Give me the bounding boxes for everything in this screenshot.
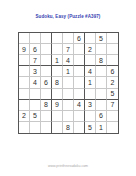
cell-r3c7[interactable]: [85, 55, 96, 66]
cell-r9c7[interactable]: 5: [85, 122, 96, 133]
cell-r9c9[interactable]: [107, 122, 118, 133]
cell-r5c5[interactable]: [63, 77, 74, 88]
cell-r4c1[interactable]: [19, 66, 30, 77]
cell-r3c2[interactable]: 7: [30, 55, 41, 66]
cell-r6c2[interactable]: [30, 89, 41, 100]
cell-r2c6[interactable]: [74, 44, 85, 55]
cell-r6c8[interactable]: [96, 89, 107, 100]
cell-r3c9[interactable]: [107, 55, 118, 66]
cell-r2c8[interactable]: [96, 44, 107, 55]
cell-r9c2[interactable]: [30, 122, 41, 133]
cell-r3c1[interactable]: [19, 55, 30, 66]
sudoku-grid: 6596727148314646812589437256851: [18, 32, 119, 134]
cell-r7c2[interactable]: [30, 100, 41, 111]
cell-r6c5[interactable]: [63, 89, 74, 100]
cell-r6c7[interactable]: [85, 89, 96, 100]
cell-r1c4[interactable]: [52, 33, 63, 44]
cell-r1c5[interactable]: [63, 33, 74, 44]
cell-r9c1[interactable]: [19, 122, 30, 133]
cell-r3c4[interactable]: 1: [52, 55, 63, 66]
cell-r6c1[interactable]: [19, 89, 30, 100]
cell-r1c1[interactable]: [19, 33, 30, 44]
cell-r8c2[interactable]: 5: [30, 111, 41, 122]
cell-r2c3[interactable]: [41, 44, 52, 55]
cell-r5c9[interactable]: 2: [107, 77, 118, 88]
cell-r3c3[interactable]: [41, 55, 52, 66]
cell-r4c8[interactable]: [96, 66, 107, 77]
cell-r2c4[interactable]: [52, 44, 63, 55]
footer-url: www.printfreesudoku.com: [0, 164, 136, 168]
cell-r9c5[interactable]: 8: [63, 122, 74, 133]
cell-r1c2[interactable]: [30, 33, 41, 44]
cell-r4c6[interactable]: [74, 66, 85, 77]
cell-r6c3[interactable]: [41, 89, 52, 100]
cell-r7c4[interactable]: 9: [52, 100, 63, 111]
cell-r6c6[interactable]: [74, 89, 85, 100]
cell-r3c5[interactable]: 4: [63, 55, 74, 66]
cell-r4c2[interactable]: 3: [30, 66, 41, 77]
cell-r8c6[interactable]: [74, 111, 85, 122]
cell-r2c9[interactable]: [107, 44, 118, 55]
cell-r2c1[interactable]: 9: [19, 44, 30, 55]
cell-r7c8[interactable]: [96, 100, 107, 111]
cell-r8c7[interactable]: [85, 111, 96, 122]
cell-r7c7[interactable]: 3: [85, 100, 96, 111]
cell-r5c1[interactable]: [19, 77, 30, 88]
cell-r9c3[interactable]: [41, 122, 52, 133]
cell-r1c7[interactable]: [85, 33, 96, 44]
cell-r5c8[interactable]: [96, 77, 107, 88]
cell-r7c5[interactable]: [63, 100, 74, 111]
cell-r8c8[interactable]: 6: [96, 111, 107, 122]
cell-r4c5[interactable]: 1: [63, 66, 74, 77]
page-title: Sudoku, Easy (Puzzle #A397): [0, 14, 136, 19]
cell-r5c7[interactable]: 1: [85, 77, 96, 88]
cell-r4c4[interactable]: [52, 66, 63, 77]
cell-r1c3[interactable]: [41, 33, 52, 44]
cell-r8c9[interactable]: [107, 111, 118, 122]
cell-r5c3[interactable]: 6: [41, 77, 52, 88]
cell-r7c6[interactable]: 4: [74, 100, 85, 111]
cell-r1c6[interactable]: 6: [74, 33, 85, 44]
cell-r6c4[interactable]: [52, 89, 63, 100]
cell-r4c7[interactable]: 4: [85, 66, 96, 77]
cell-r5c2[interactable]: 4: [30, 77, 41, 88]
cell-r5c4[interactable]: 8: [52, 77, 63, 88]
cell-r3c8[interactable]: 8: [96, 55, 107, 66]
cell-r4c9[interactable]: 6: [107, 66, 118, 77]
cell-r2c7[interactable]: 2: [85, 44, 96, 55]
cell-r2c2[interactable]: 6: [30, 44, 41, 55]
cell-r8c4[interactable]: [52, 111, 63, 122]
cell-r2c5[interactable]: 7: [63, 44, 74, 55]
cell-r7c3[interactable]: 8: [41, 100, 52, 111]
cell-r9c8[interactable]: 1: [96, 122, 107, 133]
cell-r9c4[interactable]: [52, 122, 63, 133]
cell-r7c1[interactable]: [19, 100, 30, 111]
cell-r5c6[interactable]: [74, 77, 85, 88]
cell-r1c9[interactable]: [107, 33, 118, 44]
cell-r9c6[interactable]: [74, 122, 85, 133]
cell-r8c5[interactable]: [63, 111, 74, 122]
cell-r1c8[interactable]: 5: [96, 33, 107, 44]
cell-r8c3[interactable]: [41, 111, 52, 122]
cell-r3c6[interactable]: [74, 55, 85, 66]
cell-r6c9[interactable]: 5: [107, 89, 118, 100]
cell-r4c3[interactable]: [41, 66, 52, 77]
cell-r8c1[interactable]: 2: [19, 111, 30, 122]
cell-r7c9[interactable]: 7: [107, 100, 118, 111]
